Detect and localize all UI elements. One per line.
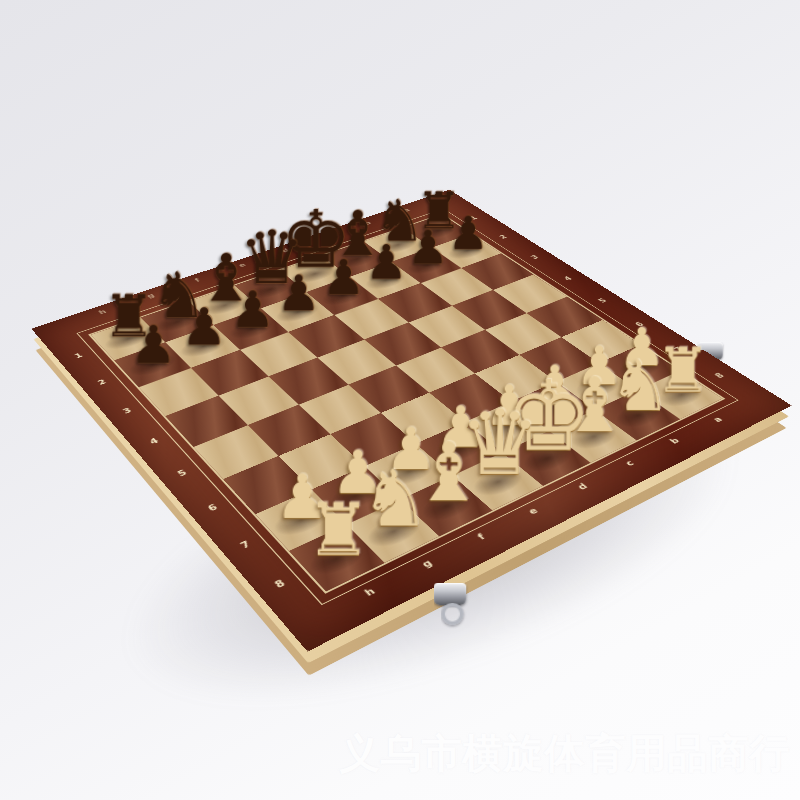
front-latch-ring xyxy=(441,603,463,625)
seller-watermark: 义乌市横旋体育用品商行 xyxy=(330,726,800,781)
white-rook-h8: ♜ xyxy=(266,493,412,566)
product-photo-scene: hgfedcba hgfedcba 12345678 12345678 ♜♞♝♛… xyxy=(0,0,800,800)
square-h2: ♟ xyxy=(114,342,191,387)
square-h8: ♜ xyxy=(289,525,384,591)
black-pawn-h2: ♟ xyxy=(94,319,214,371)
